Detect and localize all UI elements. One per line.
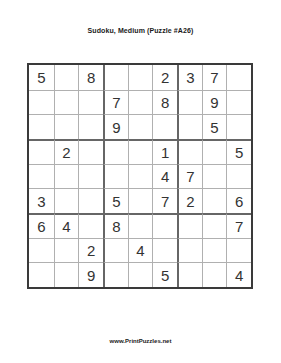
sudoku-cell-r8c5: 4 (128, 238, 153, 263)
sudoku-cell-r8c8 (202, 238, 227, 263)
sudoku-cell-r3c7 (177, 114, 202, 139)
sudoku-cell-r1c7: 3 (177, 65, 202, 90)
sudoku-cell-r2c5 (128, 90, 153, 115)
sudoku-cell-r4c8 (202, 139, 227, 164)
sudoku-cell-r2c9 (226, 90, 251, 115)
sudoku-cell-r6c8 (202, 188, 227, 213)
sudoku-cell-r1c8: 7 (202, 65, 227, 90)
sudoku-grid: 58237789952154735726648724954 (27, 63, 253, 289)
sudoku-cell-r9c9: 4 (226, 262, 251, 287)
sudoku-cell-r6c9: 6 (226, 188, 251, 213)
sudoku-cell-r2c8: 9 (202, 90, 227, 115)
sudoku-cell-r1c3: 8 (78, 65, 103, 90)
sudoku-cell-r4c7 (177, 139, 202, 164)
sudoku-cell-r7c3 (78, 213, 103, 238)
sudoku-cell-r2c1 (29, 90, 54, 115)
sudoku-cell-r5c9 (226, 164, 251, 189)
sudoku-cell-r1c4 (103, 65, 128, 90)
sudoku-cell-r2c6: 8 (152, 90, 177, 115)
sudoku-cell-r8c3: 2 (78, 238, 103, 263)
puzzle-page: Sudoku, Medium (Puzzle #A26) 58237789952… (0, 0, 281, 363)
sudoku-cell-r3c5 (128, 114, 153, 139)
sudoku-cell-r6c2 (54, 188, 79, 213)
sudoku-cell-r6c7: 2 (177, 188, 202, 213)
sudoku-cell-r9c3: 9 (78, 262, 103, 287)
sudoku-cell-r1c6: 2 (152, 65, 177, 90)
sudoku-cell-r4c9: 5 (226, 139, 251, 164)
sudoku-cell-r3c1 (29, 114, 54, 139)
sudoku-cell-r4c4 (103, 139, 128, 164)
sudoku-cell-r6c5 (128, 188, 153, 213)
sudoku-cell-r4c5 (128, 139, 153, 164)
sudoku-cell-r1c1: 5 (29, 65, 54, 90)
sudoku-cell-r4c6: 1 (152, 139, 177, 164)
sudoku-cell-r7c1: 6 (29, 213, 54, 238)
sudoku-cell-r6c4: 5 (103, 188, 128, 213)
sudoku-cell-r4c3 (78, 139, 103, 164)
sudoku-cell-r3c6 (152, 114, 177, 139)
sudoku-cell-r7c5 (128, 213, 153, 238)
sudoku-cell-r1c9 (226, 65, 251, 90)
sudoku-cell-r9c8 (202, 262, 227, 287)
sudoku-cell-r7c7 (177, 213, 202, 238)
sudoku-cell-r5c1 (29, 164, 54, 189)
sudoku-cell-r9c2 (54, 262, 79, 287)
sudoku-cell-r2c3 (78, 90, 103, 115)
sudoku-cell-r5c8 (202, 164, 227, 189)
sudoku-cell-r1c5 (128, 65, 153, 90)
sudoku-cell-r9c5 (128, 262, 153, 287)
sudoku-cell-r4c1 (29, 139, 54, 164)
sudoku-cell-r5c7: 7 (177, 164, 202, 189)
sudoku-cell-r5c4 (103, 164, 128, 189)
sudoku-cell-r9c7 (177, 262, 202, 287)
sudoku-cell-r2c7 (177, 90, 202, 115)
sudoku-cell-r7c6 (152, 213, 177, 238)
sudoku-cell-r5c3 (78, 164, 103, 189)
sudoku-cell-r5c5 (128, 164, 153, 189)
sudoku-cell-r5c6: 4 (152, 164, 177, 189)
sudoku-cell-r8c2 (54, 238, 79, 263)
sudoku-cell-r2c4: 7 (103, 90, 128, 115)
sudoku-cell-r4c2: 2 (54, 139, 79, 164)
sudoku-cell-r8c4 (103, 238, 128, 263)
sudoku-cell-r9c4 (103, 262, 128, 287)
sudoku-cell-r8c7 (177, 238, 202, 263)
footer-site-url: www.PrintPuzzles.net (0, 338, 281, 344)
sudoku-cell-r7c4: 8 (103, 213, 128, 238)
puzzle-title: Sudoku, Medium (Puzzle #A26) (0, 27, 281, 34)
sudoku-cell-r2c2 (54, 90, 79, 115)
sudoku-cell-r8c6 (152, 238, 177, 263)
sudoku-cell-r8c1 (29, 238, 54, 263)
sudoku-cell-r3c3 (78, 114, 103, 139)
sudoku-cell-r3c9 (226, 114, 251, 139)
sudoku-cell-r7c2: 4 (54, 213, 79, 238)
sudoku-cell-r1c2 (54, 65, 79, 90)
sudoku-cell-r3c2 (54, 114, 79, 139)
sudoku-cell-r6c1: 3 (29, 188, 54, 213)
sudoku-cell-r8c9 (226, 238, 251, 263)
sudoku-cell-r9c6: 5 (152, 262, 177, 287)
sudoku-cell-r7c8 (202, 213, 227, 238)
sudoku-cell-r5c2 (54, 164, 79, 189)
sudoku-cell-r3c4: 9 (103, 114, 128, 139)
sudoku-cell-r6c3 (78, 188, 103, 213)
sudoku-cell-r3c8: 5 (202, 114, 227, 139)
sudoku-cell-r9c1 (29, 262, 54, 287)
sudoku-cell-r6c6: 7 (152, 188, 177, 213)
sudoku-cell-r7c9: 7 (226, 213, 251, 238)
